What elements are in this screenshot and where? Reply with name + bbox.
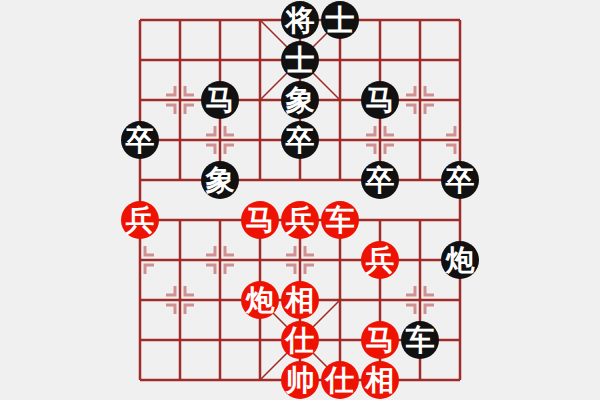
piece-red-elephant[interactable]: 相 bbox=[361, 361, 399, 399]
piece-black-chariot[interactable]: 车 bbox=[401, 321, 439, 359]
point-marker bbox=[145, 265, 154, 274]
point-marker bbox=[385, 126, 394, 135]
point-marker bbox=[406, 305, 415, 314]
piece-red-horse[interactable]: 马 bbox=[241, 201, 279, 239]
piece-black-horse[interactable]: 马 bbox=[361, 81, 399, 119]
piece-red-general[interactable]: 帅 bbox=[281, 361, 319, 399]
piece-black-advisor[interactable]: 士 bbox=[321, 1, 359, 39]
xiangqi-board-screenshot: 将士士马象马卒卒象卒卒炮车兵马兵车兵炮相仕马帅仕相 bbox=[0, 0, 600, 400]
piece-black-general[interactable]: 将 bbox=[281, 1, 319, 39]
piece-black-horse[interactable]: 马 bbox=[201, 81, 239, 119]
piece-black-pawn[interactable]: 卒 bbox=[281, 121, 319, 159]
point-marker bbox=[206, 145, 215, 154]
point-marker bbox=[166, 305, 175, 314]
point-marker bbox=[286, 246, 295, 255]
point-marker bbox=[206, 126, 215, 135]
piece-black-elephant[interactable]: 象 bbox=[281, 81, 319, 119]
piece-black-elephant[interactable]: 象 bbox=[201, 161, 239, 199]
point-marker bbox=[366, 145, 375, 154]
point-marker bbox=[406, 105, 415, 114]
point-marker bbox=[305, 246, 314, 255]
piece-red-advisor[interactable]: 仕 bbox=[281, 321, 319, 359]
piece-red-advisor[interactable]: 仕 bbox=[321, 361, 359, 399]
point-marker bbox=[406, 86, 415, 95]
point-marker bbox=[225, 126, 234, 135]
piece-red-horse[interactable]: 马 bbox=[361, 321, 399, 359]
point-marker bbox=[406, 286, 415, 295]
piece-red-elephant[interactable]: 相 bbox=[281, 281, 319, 319]
point-marker bbox=[166, 105, 175, 114]
point-marker bbox=[446, 126, 455, 135]
point-marker bbox=[366, 126, 375, 135]
point-marker bbox=[225, 246, 234, 255]
point-marker bbox=[425, 86, 434, 95]
point-marker bbox=[425, 286, 434, 295]
piece-black-pawn[interactable]: 卒 bbox=[361, 161, 399, 199]
point-marker bbox=[425, 105, 434, 114]
point-marker bbox=[166, 86, 175, 95]
piece-red-cannon[interactable]: 炮 bbox=[241, 281, 279, 319]
piece-red-pawn[interactable]: 兵 bbox=[121, 201, 159, 239]
point-marker bbox=[166, 286, 175, 295]
piece-black-pawn[interactable]: 卒 bbox=[121, 121, 159, 159]
point-marker bbox=[425, 305, 434, 314]
point-marker bbox=[385, 145, 394, 154]
point-marker bbox=[145, 246, 154, 255]
point-marker bbox=[185, 105, 194, 114]
point-marker bbox=[185, 86, 194, 95]
point-marker bbox=[446, 145, 455, 154]
point-marker bbox=[185, 286, 194, 295]
point-marker bbox=[206, 265, 215, 274]
point-marker bbox=[305, 265, 314, 274]
piece-red-chariot[interactable]: 车 bbox=[321, 201, 359, 239]
piece-red-pawn[interactable]: 兵 bbox=[361, 241, 399, 279]
piece-black-cannon[interactable]: 炮 bbox=[441, 241, 479, 279]
piece-red-pawn[interactable]: 兵 bbox=[281, 201, 319, 239]
piece-black-advisor[interactable]: 士 bbox=[281, 41, 319, 79]
point-marker bbox=[225, 145, 234, 154]
point-marker bbox=[206, 246, 215, 255]
point-marker bbox=[286, 265, 295, 274]
point-marker bbox=[225, 265, 234, 274]
piece-black-pawn[interactable]: 卒 bbox=[441, 161, 479, 199]
point-marker bbox=[185, 305, 194, 314]
